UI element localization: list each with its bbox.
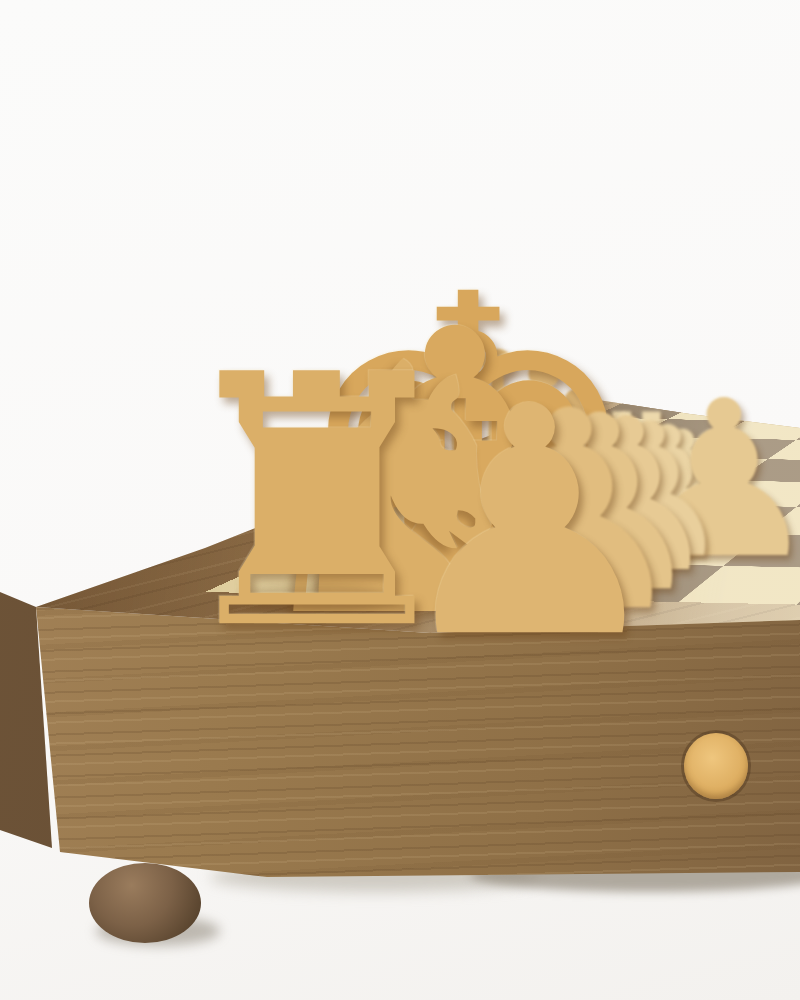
pieces-layer: ♜♞♟♝♟♟♛♟♚♟♟♝♞♟♜♟ [0,0,800,1000]
chessboard-photo-scene: Low-angle corner photograph of a handmad… [0,0,800,1000]
piece-white-pawn-h2: ♟ [389,366,671,681]
